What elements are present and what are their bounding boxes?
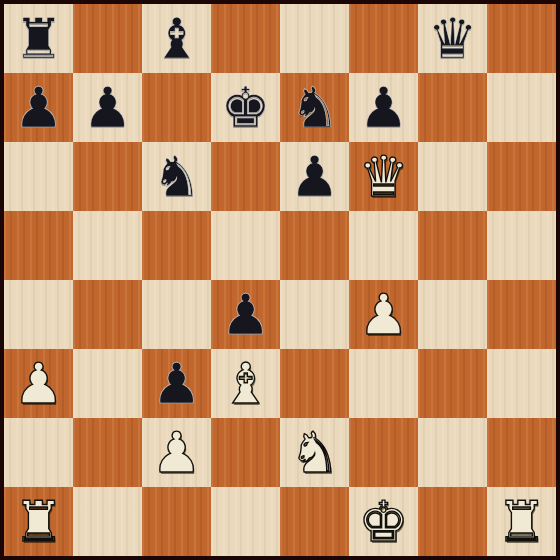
- white-king-piece[interactable]: ♚: [349, 487, 418, 556]
- square-h5[interactable]: [487, 211, 556, 280]
- square-f2[interactable]: [349, 418, 418, 487]
- square-b7[interactable]: ♟: [73, 73, 142, 142]
- black-pawn-piece[interactable]: ♟: [142, 349, 211, 418]
- square-h7[interactable]: [487, 73, 556, 142]
- black-rook-piece[interactable]: ♜: [4, 4, 73, 73]
- square-h2[interactable]: [487, 418, 556, 487]
- square-e3[interactable]: [280, 349, 349, 418]
- black-pawn-piece[interactable]: ♟: [73, 73, 142, 142]
- square-d1[interactable]: [211, 487, 280, 556]
- square-e1[interactable]: [280, 487, 349, 556]
- white-rook-piece[interactable]: ♜: [487, 487, 556, 556]
- square-d5[interactable]: [211, 211, 280, 280]
- square-d6[interactable]: [211, 142, 280, 211]
- white-pawn-piece[interactable]: ♟: [349, 280, 418, 349]
- square-a6[interactable]: [4, 142, 73, 211]
- square-f7[interactable]: ♟: [349, 73, 418, 142]
- square-e7[interactable]: ♞: [280, 73, 349, 142]
- square-f1[interactable]: ♚: [349, 487, 418, 556]
- black-queen-piece[interactable]: ♛: [418, 4, 487, 73]
- black-pawn-piece[interactable]: ♟: [280, 142, 349, 211]
- white-pawn-piece[interactable]: ♟: [142, 418, 211, 487]
- square-h3[interactable]: [487, 349, 556, 418]
- square-e6[interactable]: ♟: [280, 142, 349, 211]
- square-c7[interactable]: [142, 73, 211, 142]
- square-b8[interactable]: [73, 4, 142, 73]
- square-f8[interactable]: [349, 4, 418, 73]
- square-a3[interactable]: ♟: [4, 349, 73, 418]
- square-h8[interactable]: [487, 4, 556, 73]
- square-f3[interactable]: [349, 349, 418, 418]
- square-c6[interactable]: ♞: [142, 142, 211, 211]
- square-b3[interactable]: [73, 349, 142, 418]
- square-d4[interactable]: ♟: [211, 280, 280, 349]
- square-e4[interactable]: [280, 280, 349, 349]
- square-b1[interactable]: [73, 487, 142, 556]
- square-g4[interactable]: [418, 280, 487, 349]
- square-c2[interactable]: ♟: [142, 418, 211, 487]
- white-rook-piece[interactable]: ♜: [4, 487, 73, 556]
- square-g8[interactable]: ♛: [418, 4, 487, 73]
- square-c5[interactable]: [142, 211, 211, 280]
- square-a8[interactable]: ♜: [4, 4, 73, 73]
- square-e8[interactable]: [280, 4, 349, 73]
- square-d3[interactable]: ♝: [211, 349, 280, 418]
- square-d8[interactable]: [211, 4, 280, 73]
- white-queen-piece[interactable]: ♛: [349, 142, 418, 211]
- square-b6[interactable]: [73, 142, 142, 211]
- square-a5[interactable]: [4, 211, 73, 280]
- square-h4[interactable]: [487, 280, 556, 349]
- square-d2[interactable]: [211, 418, 280, 487]
- square-b2[interactable]: [73, 418, 142, 487]
- square-a2[interactable]: [4, 418, 73, 487]
- black-knight-piece[interactable]: ♞: [142, 142, 211, 211]
- white-bishop-piece[interactable]: ♝: [211, 349, 280, 418]
- square-c4[interactable]: [142, 280, 211, 349]
- black-king-piece[interactable]: ♚: [211, 73, 280, 142]
- square-f6[interactable]: ♛: [349, 142, 418, 211]
- square-c8[interactable]: ♝: [142, 4, 211, 73]
- black-bishop-piece[interactable]: ♝: [142, 4, 211, 73]
- square-h6[interactable]: [487, 142, 556, 211]
- square-g5[interactable]: [418, 211, 487, 280]
- square-a7[interactable]: ♟: [4, 73, 73, 142]
- square-f5[interactable]: [349, 211, 418, 280]
- square-b4[interactable]: [73, 280, 142, 349]
- square-e2[interactable]: ♞: [280, 418, 349, 487]
- black-pawn-piece[interactable]: ♟: [211, 280, 280, 349]
- square-d7[interactable]: ♚: [211, 73, 280, 142]
- square-g3[interactable]: [418, 349, 487, 418]
- square-c1[interactable]: [142, 487, 211, 556]
- square-g2[interactable]: [418, 418, 487, 487]
- black-pawn-piece[interactable]: ♟: [4, 73, 73, 142]
- square-g6[interactable]: [418, 142, 487, 211]
- square-a4[interactable]: [4, 280, 73, 349]
- square-g1[interactable]: [418, 487, 487, 556]
- square-f4[interactable]: ♟: [349, 280, 418, 349]
- square-a1[interactable]: ♜: [4, 487, 73, 556]
- white-pawn-piece[interactable]: ♟: [4, 349, 73, 418]
- square-c3[interactable]: ♟: [142, 349, 211, 418]
- square-e5[interactable]: [280, 211, 349, 280]
- square-g7[interactable]: [418, 73, 487, 142]
- chess-board: ♜♝♛♟♟♚♞♟♞♟♛♟♟♟♟♝♟♞♜♚♜: [0, 0, 560, 560]
- square-h1[interactable]: ♜: [487, 487, 556, 556]
- black-pawn-piece[interactable]: ♟: [349, 73, 418, 142]
- white-knight-piece[interactable]: ♞: [280, 418, 349, 487]
- black-knight-piece[interactable]: ♞: [280, 73, 349, 142]
- square-b5[interactable]: [73, 211, 142, 280]
